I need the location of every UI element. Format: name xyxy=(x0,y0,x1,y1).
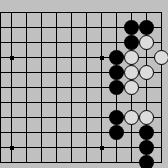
grid-line-vertical xyxy=(86,12,87,163)
white-stone[interactable] xyxy=(139,65,154,80)
go-board[interactable] xyxy=(0,0,168,168)
star-point xyxy=(100,146,104,150)
grid-line-vertical xyxy=(161,12,162,163)
white-stone[interactable] xyxy=(124,65,139,80)
white-stone[interactable] xyxy=(154,50,168,65)
black-stone[interactable] xyxy=(109,80,124,95)
black-stone[interactable] xyxy=(109,110,124,125)
star-point xyxy=(10,56,14,60)
grid-line-vertical xyxy=(41,12,42,163)
grid-line-horizontal xyxy=(0,132,162,133)
white-stone[interactable] xyxy=(124,50,139,65)
black-stone[interactable] xyxy=(139,155,154,168)
grid-line-vertical xyxy=(11,12,12,163)
white-stone[interactable] xyxy=(139,110,154,125)
grid-line-horizontal xyxy=(0,102,162,103)
black-stone[interactable] xyxy=(139,125,154,140)
white-stone[interactable] xyxy=(124,110,139,125)
black-stone[interactable] xyxy=(109,50,124,65)
black-stone[interactable] xyxy=(124,20,139,35)
grid-line-vertical xyxy=(0,12,1,163)
grid-line-horizontal xyxy=(0,162,162,163)
black-stone[interactable] xyxy=(109,125,124,140)
black-stone[interactable] xyxy=(139,20,154,35)
black-stone[interactable] xyxy=(109,65,124,80)
grid-line-vertical xyxy=(26,12,27,163)
star-point xyxy=(100,56,104,60)
star-point xyxy=(10,146,14,150)
grid-line-vertical xyxy=(71,12,72,163)
grid-line-horizontal xyxy=(0,12,162,13)
grid-line-vertical xyxy=(101,12,102,163)
white-stone[interactable] xyxy=(124,80,139,95)
grid-line-vertical xyxy=(56,12,57,163)
grid-line-horizontal xyxy=(0,147,162,148)
white-stone[interactable] xyxy=(139,35,154,50)
black-stone[interactable] xyxy=(139,140,154,155)
black-stone[interactable] xyxy=(124,35,139,50)
